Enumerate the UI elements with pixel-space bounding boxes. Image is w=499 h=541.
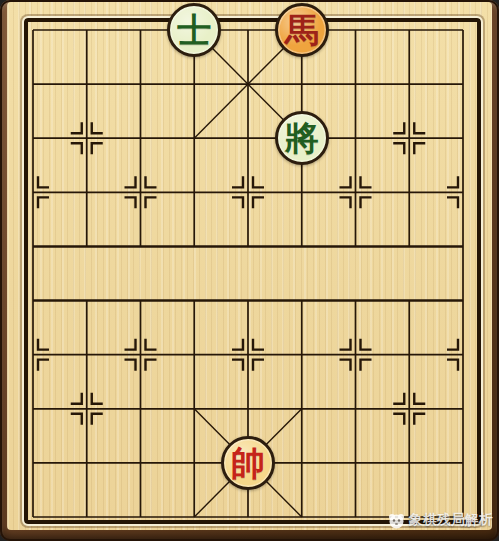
piece-character: 帥 <box>231 446 265 480</box>
piece-red-general-e2[interactable]: 帥 <box>221 436 275 490</box>
piece-black-general-f8[interactable]: 將 <box>275 111 329 165</box>
watermark-logo-icon <box>387 512 406 529</box>
piece-black-advisor-d10[interactable]: 士 <box>167 3 221 57</box>
pieces-layer: 士馬將帥 <box>0 0 499 541</box>
xiangqi-board: 士馬將帥 象棋残局解析 <box>0 0 499 541</box>
piece-character: 馬 <box>285 13 319 47</box>
piece-red-horse-f10[interactable]: 馬 <box>275 3 329 57</box>
piece-character: 將 <box>285 121 319 155</box>
watermark: 象棋残局解析 <box>387 511 493 529</box>
watermark-text: 象棋残局解析 <box>409 511 493 529</box>
piece-character: 士 <box>177 13 211 47</box>
